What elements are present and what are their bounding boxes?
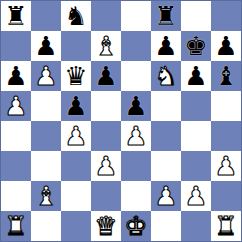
square-c8[interactable]: ♞ xyxy=(61,1,91,31)
square-b6[interactable]: ♟ xyxy=(31,61,61,91)
piece-white-pawn[interactable]: ♟ xyxy=(124,121,147,151)
piece-white-bishop[interactable]: ♝ xyxy=(34,181,57,211)
chess-board-container: ♜♞♜♟♝♟♚♟♟♟♛♟♞♟♝♟♟♟♟♟♟♟♝♟♟♜♛♚♜ xyxy=(0,0,242,242)
square-g8[interactable] xyxy=(181,1,211,31)
square-h7[interactable]: ♟ xyxy=(211,31,241,61)
piece-black-queen[interactable]: ♛ xyxy=(64,61,87,91)
square-c4[interactable]: ♟ xyxy=(61,121,91,151)
square-h6[interactable]: ♝ xyxy=(211,61,241,91)
square-h4[interactable] xyxy=(211,121,241,151)
piece-white-pawn[interactable]: ♟ xyxy=(214,151,237,181)
square-c7[interactable] xyxy=(61,31,91,61)
piece-white-pawn[interactable]: ♟ xyxy=(154,181,177,211)
piece-white-bishop[interactable]: ♝ xyxy=(94,31,117,61)
square-f5[interactable] xyxy=(151,91,181,121)
square-b3[interactable] xyxy=(31,151,61,181)
square-e4[interactable]: ♟ xyxy=(121,121,151,151)
square-a4[interactable] xyxy=(1,121,31,151)
piece-black-pawn[interactable]: ♟ xyxy=(184,61,207,91)
square-b7[interactable]: ♟ xyxy=(31,31,61,61)
piece-black-pawn[interactable]: ♟ xyxy=(64,91,87,121)
piece-black-pawn[interactable]: ♟ xyxy=(4,61,27,91)
square-a6[interactable]: ♟ xyxy=(1,61,31,91)
square-d7[interactable]: ♝ xyxy=(91,31,121,61)
piece-white-pawn[interactable]: ♟ xyxy=(94,151,117,181)
piece-black-rook[interactable]: ♜ xyxy=(154,1,177,31)
square-d1[interactable]: ♛ xyxy=(91,211,121,241)
square-d2[interactable] xyxy=(91,181,121,211)
square-b8[interactable] xyxy=(31,1,61,31)
square-d8[interactable] xyxy=(91,1,121,31)
piece-black-pawn[interactable]: ♟ xyxy=(154,31,177,61)
square-f1[interactable] xyxy=(151,211,181,241)
square-b1[interactable] xyxy=(31,211,61,241)
square-h3[interactable]: ♟ xyxy=(211,151,241,181)
square-h1[interactable]: ♜ xyxy=(211,211,241,241)
chess-board: ♜♞♜♟♝♟♚♟♟♟♛♟♞♟♝♟♟♟♟♟♟♟♝♟♟♜♛♚♜ xyxy=(0,0,242,242)
square-b4[interactable] xyxy=(31,121,61,151)
square-f2[interactable]: ♟ xyxy=(151,181,181,211)
square-f6[interactable]: ♞ xyxy=(151,61,181,91)
square-e7[interactable] xyxy=(121,31,151,61)
piece-white-king[interactable]: ♚ xyxy=(124,211,147,241)
piece-black-knight[interactable]: ♞ xyxy=(64,1,87,31)
piece-black-pawn[interactable]: ♟ xyxy=(34,31,57,61)
piece-white-pawn[interactable]: ♟ xyxy=(34,61,57,91)
square-d6[interactable]: ♟ xyxy=(91,61,121,91)
square-f3[interactable] xyxy=(151,151,181,181)
square-a7[interactable] xyxy=(1,31,31,61)
square-a1[interactable]: ♜ xyxy=(1,211,31,241)
square-e5[interactable]: ♟ xyxy=(121,91,151,121)
square-h5[interactable] xyxy=(211,91,241,121)
square-g2[interactable]: ♟ xyxy=(181,181,211,211)
square-c3[interactable] xyxy=(61,151,91,181)
square-f7[interactable]: ♟ xyxy=(151,31,181,61)
square-b5[interactable] xyxy=(31,91,61,121)
square-d3[interactable]: ♟ xyxy=(91,151,121,181)
square-e8[interactable] xyxy=(121,1,151,31)
square-c5[interactable]: ♟ xyxy=(61,91,91,121)
square-e6[interactable] xyxy=(121,61,151,91)
piece-white-pawn[interactable]: ♟ xyxy=(4,91,27,121)
square-e3[interactable] xyxy=(121,151,151,181)
piece-white-queen[interactable]: ♛ xyxy=(94,211,117,241)
square-f4[interactable] xyxy=(151,121,181,151)
piece-white-rook[interactable]: ♜ xyxy=(214,211,237,241)
piece-black-pawn[interactable]: ♟ xyxy=(214,31,237,61)
square-f8[interactable]: ♜ xyxy=(151,1,181,31)
piece-black-rook[interactable]: ♜ xyxy=(4,1,27,31)
piece-black-bishop[interactable]: ♝ xyxy=(214,61,237,91)
square-g3[interactable] xyxy=(181,151,211,181)
piece-white-knight[interactable]: ♞ xyxy=(154,61,177,91)
piece-black-pawn[interactable]: ♟ xyxy=(124,91,147,121)
square-g7[interactable]: ♚ xyxy=(181,31,211,61)
square-g6[interactable]: ♟ xyxy=(181,61,211,91)
piece-white-pawn[interactable]: ♟ xyxy=(184,181,207,211)
square-g1[interactable] xyxy=(181,211,211,241)
square-e2[interactable] xyxy=(121,181,151,211)
square-a2[interactable] xyxy=(1,181,31,211)
square-c6[interactable]: ♛ xyxy=(61,61,91,91)
piece-white-pawn[interactable]: ♟ xyxy=(64,121,87,151)
square-d4[interactable] xyxy=(91,121,121,151)
square-a5[interactable]: ♟ xyxy=(1,91,31,121)
piece-white-rook[interactable]: ♜ xyxy=(4,211,27,241)
square-g5[interactable] xyxy=(181,91,211,121)
square-g4[interactable] xyxy=(181,121,211,151)
square-a8[interactable]: ♜ xyxy=(1,1,31,31)
square-b2[interactable]: ♝ xyxy=(31,181,61,211)
piece-black-king[interactable]: ♚ xyxy=(184,31,207,61)
square-a3[interactable] xyxy=(1,151,31,181)
square-c2[interactable] xyxy=(61,181,91,211)
square-c1[interactable] xyxy=(61,211,91,241)
square-e1[interactable]: ♚ xyxy=(121,211,151,241)
square-h2[interactable] xyxy=(211,181,241,211)
square-d5[interactable] xyxy=(91,91,121,121)
piece-black-pawn[interactable]: ♟ xyxy=(94,61,117,91)
square-h8[interactable] xyxy=(211,1,241,31)
